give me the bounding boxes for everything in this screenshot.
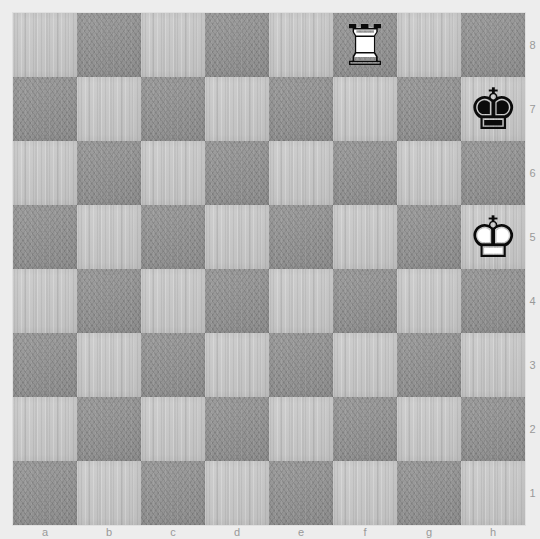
square-e5[interactable]: [269, 205, 333, 269]
square-b4[interactable]: [77, 269, 141, 333]
square-c7[interactable]: [141, 77, 205, 141]
rank-label-8: 8: [526, 13, 539, 77]
file-label-c: c: [141, 525, 205, 539]
square-a1[interactable]: [13, 461, 77, 525]
square-f3[interactable]: [333, 333, 397, 397]
square-a7[interactable]: [13, 77, 77, 141]
square-a3[interactable]: [13, 333, 77, 397]
square-d5[interactable]: [205, 205, 269, 269]
square-b8[interactable]: [77, 13, 141, 77]
square-d7[interactable]: [205, 77, 269, 141]
square-f2[interactable]: [333, 397, 397, 461]
square-e3[interactable]: [269, 333, 333, 397]
file-label-f: f: [333, 525, 397, 539]
square-h2[interactable]: [461, 397, 525, 461]
square-f8[interactable]: ♜♖: [333, 13, 397, 77]
piece-white-king-h5[interactable]: ♚♔: [461, 205, 525, 269]
file-label-e: e: [269, 525, 333, 539]
square-b6[interactable]: [77, 141, 141, 205]
square-d2[interactable]: [205, 397, 269, 461]
square-e6[interactable]: [269, 141, 333, 205]
square-a5[interactable]: [13, 205, 77, 269]
square-b7[interactable]: [77, 77, 141, 141]
square-c1[interactable]: [141, 461, 205, 525]
rank-label-6: 6: [526, 141, 539, 205]
square-f4[interactable]: [333, 269, 397, 333]
square-a8[interactable]: [13, 13, 77, 77]
square-h8[interactable]: [461, 13, 525, 77]
square-h6[interactable]: [461, 141, 525, 205]
rank-label-2: 2: [526, 397, 539, 461]
chess-board: ♜♖♚♚♔: [13, 13, 525, 525]
white-king-outline: ♔: [461, 205, 525, 269]
square-c2[interactable]: [141, 397, 205, 461]
square-b2[interactable]: [77, 397, 141, 461]
square-h7[interactable]: ♚: [461, 77, 525, 141]
square-e1[interactable]: [269, 461, 333, 525]
rank-label-1: 1: [526, 461, 539, 525]
square-e2[interactable]: [269, 397, 333, 461]
square-a6[interactable]: [13, 141, 77, 205]
piece-black-king-h7[interactable]: ♚: [461, 77, 525, 141]
square-f6[interactable]: [333, 141, 397, 205]
white-rook-outline: ♖: [333, 13, 397, 77]
square-c8[interactable]: [141, 13, 205, 77]
piece-white-rook-f8[interactable]: ♜♖: [333, 13, 397, 77]
rank-label-5: 5: [526, 205, 539, 269]
square-c3[interactable]: [141, 333, 205, 397]
file-labels: abcdefgh: [13, 525, 525, 539]
rank-labels: 87654321: [526, 13, 539, 525]
square-e7[interactable]: [269, 77, 333, 141]
black-king-glyph: ♚: [461, 77, 525, 141]
square-a4[interactable]: [13, 269, 77, 333]
square-d4[interactable]: [205, 269, 269, 333]
square-d8[interactable]: [205, 13, 269, 77]
square-b1[interactable]: [77, 461, 141, 525]
square-h5[interactable]: ♚♔: [461, 205, 525, 269]
square-f7[interactable]: [333, 77, 397, 141]
square-g8[interactable]: [397, 13, 461, 77]
rank-label-4: 4: [526, 269, 539, 333]
square-g6[interactable]: [397, 141, 461, 205]
square-a2[interactable]: [13, 397, 77, 461]
square-d6[interactable]: [205, 141, 269, 205]
square-g1[interactable]: [397, 461, 461, 525]
square-c6[interactable]: [141, 141, 205, 205]
square-g4[interactable]: [397, 269, 461, 333]
chess-app-screen: ♜♖♚♚♔ 87654321 abcdefgh: [0, 0, 540, 539]
square-g5[interactable]: [397, 205, 461, 269]
file-label-g: g: [397, 525, 461, 539]
square-f1[interactable]: [333, 461, 397, 525]
file-label-b: b: [77, 525, 141, 539]
square-c5[interactable]: [141, 205, 205, 269]
square-f5[interactable]: [333, 205, 397, 269]
square-b3[interactable]: [77, 333, 141, 397]
square-c4[interactable]: [141, 269, 205, 333]
square-g3[interactable]: [397, 333, 461, 397]
square-e4[interactable]: [269, 269, 333, 333]
file-label-a: a: [13, 525, 77, 539]
square-d3[interactable]: [205, 333, 269, 397]
file-label-d: d: [205, 525, 269, 539]
square-h3[interactable]: [461, 333, 525, 397]
square-e8[interactable]: [269, 13, 333, 77]
square-g2[interactable]: [397, 397, 461, 461]
square-h4[interactable]: [461, 269, 525, 333]
file-label-h: h: [461, 525, 525, 539]
square-b5[interactable]: [77, 205, 141, 269]
rank-label-3: 3: [526, 333, 539, 397]
square-d1[interactable]: [205, 461, 269, 525]
rank-label-7: 7: [526, 77, 539, 141]
square-g7[interactable]: [397, 77, 461, 141]
square-h1[interactable]: [461, 461, 525, 525]
